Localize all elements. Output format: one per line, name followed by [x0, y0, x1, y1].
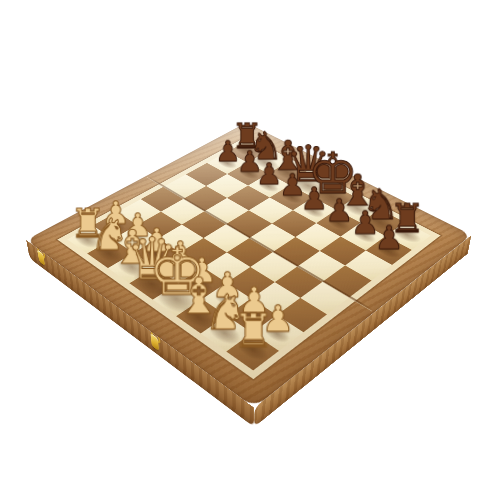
chess-board: ♜♞♝♛♚♝♞♜♟♟♟♟♟♟♟♟♟♟♟♟♟♟♟♟♜♞♝♛♚♝♞♜ — [26, 123, 471, 408]
white-rook-glyph: ♜ — [198, 307, 309, 353]
scene: ♜♞♝♛♚♝♞♜♟♟♟♟♟♟♟♟♟♟♟♟♟♟♟♟♜♞♝♛♚♝♞♜ — [0, 0, 500, 500]
black-pawn-glyph: ♟ — [340, 221, 438, 254]
